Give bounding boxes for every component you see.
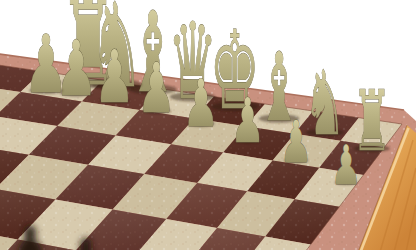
piece-pawn: ♟ xyxy=(137,48,175,129)
piece-pawn: ♟ xyxy=(280,108,312,175)
piece-pawn: ♟ xyxy=(183,66,219,142)
chessboard-scene: ♜♞♝♚♛♝♞♜♟♟♟♟♟♟♟♟♟♟♟ xyxy=(0,0,416,250)
piece-pawn: ♟ xyxy=(331,134,361,198)
piece-pawn: ♟ xyxy=(231,85,265,157)
piece-pawn: ♟ xyxy=(24,17,68,111)
chess-set-photo: ♜♞♝♚♛♝♞♜♟♟♟♟♟♟♟♟♟♟♟ xyxy=(0,0,416,250)
piece-pawn: ♟ xyxy=(94,34,134,118)
dark-piece-silhouette: ♟ xyxy=(55,220,117,250)
dark-piece-silhouette: ♟ xyxy=(0,205,64,250)
